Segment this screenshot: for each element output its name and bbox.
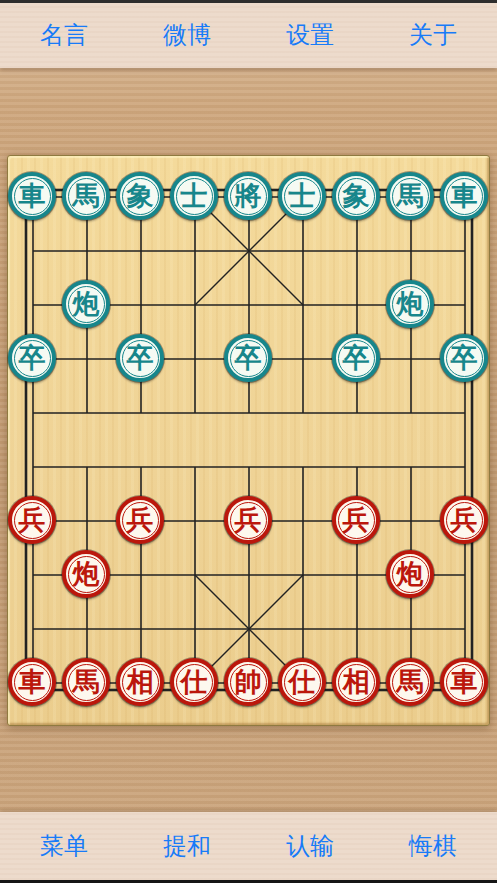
point-c3r1[interactable] xyxy=(167,223,221,277)
point-c0r2[interactable] xyxy=(5,277,59,331)
top-toolbar: 名言微博设置关于 xyxy=(0,3,497,68)
point-c3r7[interactable] xyxy=(167,547,221,601)
point-c5r3[interactable] xyxy=(275,331,329,385)
red-general-piece[interactable]: 帥 xyxy=(224,658,272,706)
point-c5r1[interactable] xyxy=(275,223,329,277)
piece-glyph: 卒 xyxy=(19,344,46,371)
point-c5r0[interactable]: 士 xyxy=(275,169,329,223)
point-c8r5[interactable] xyxy=(437,439,491,493)
piece-glyph: 炮 xyxy=(73,560,100,587)
piece-glyph: 馬 xyxy=(73,668,100,695)
point-c2r7[interactable] xyxy=(113,547,167,601)
point-c0r1[interactable] xyxy=(5,223,59,277)
point-c4r3[interactable]: 卒 xyxy=(221,331,275,385)
point-c1r9[interactable]: 馬 xyxy=(59,655,113,709)
point-c7r6[interactable] xyxy=(383,493,437,547)
red-soldier-piece[interactable]: 兵 xyxy=(224,496,272,544)
point-c1r2[interactable]: 炮 xyxy=(59,277,113,331)
point-c0r3[interactable]: 卒 xyxy=(5,331,59,385)
piece-glyph: 象 xyxy=(127,182,154,209)
point-c7r4[interactable] xyxy=(383,385,437,439)
point-c4r0[interactable]: 將 xyxy=(221,169,275,223)
red-elephant-piece[interactable]: 相 xyxy=(116,658,164,706)
point-c1r5[interactable] xyxy=(59,439,113,493)
piece-glyph: 士 xyxy=(181,182,208,209)
point-c2r8[interactable] xyxy=(113,601,167,655)
point-c6r9[interactable]: 相 xyxy=(329,655,383,709)
board-points: 車馬象士將士象馬車炮炮卒卒卒卒卒兵兵兵兵兵炮炮車馬相仕帥仕相馬車 xyxy=(5,169,491,709)
point-c0r5[interactable] xyxy=(5,439,59,493)
red-horse-piece[interactable]: 馬 xyxy=(62,658,110,706)
point-c3r5[interactable] xyxy=(167,439,221,493)
point-c8r0[interactable]: 車 xyxy=(437,169,491,223)
piece-glyph: 馬 xyxy=(397,182,424,209)
point-c4r1[interactable] xyxy=(221,223,275,277)
piece-glyph: 炮 xyxy=(397,290,424,317)
red-chariot-piece[interactable]: 車 xyxy=(8,658,56,706)
bottom-toolbar: 菜单提和认输悔棋 xyxy=(0,812,497,880)
point-c2r5[interactable] xyxy=(113,439,167,493)
point-c6r5[interactable] xyxy=(329,439,383,493)
red-cannon-piece[interactable]: 炮 xyxy=(386,550,434,598)
menu-button[interactable]: 菜单 xyxy=(36,830,92,863)
about-button[interactable]: 关于 xyxy=(405,19,461,52)
black-chariot-piece[interactable]: 車 xyxy=(8,172,56,220)
point-c2r9[interactable]: 相 xyxy=(113,655,167,709)
black-elephant-piece[interactable]: 象 xyxy=(116,172,164,220)
weibo-button[interactable]: 微博 xyxy=(159,19,215,52)
offer-draw-button[interactable]: 提和 xyxy=(159,830,215,863)
red-soldier-piece[interactable]: 兵 xyxy=(440,496,488,544)
point-c7r2[interactable]: 炮 xyxy=(383,277,437,331)
point-c2r6[interactable]: 兵 xyxy=(113,493,167,547)
black-advisor-piece[interactable]: 士 xyxy=(170,172,218,220)
point-c5r9[interactable]: 仕 xyxy=(275,655,329,709)
quotes-button[interactable]: 名言 xyxy=(36,19,92,52)
point-c3r8[interactable] xyxy=(167,601,221,655)
piece-glyph: 炮 xyxy=(73,290,100,317)
piece-glyph: 仕 xyxy=(181,668,208,695)
piece-glyph: 卒 xyxy=(127,344,154,371)
point-c4r6[interactable]: 兵 xyxy=(221,493,275,547)
piece-glyph: 馬 xyxy=(73,182,100,209)
point-c2r2[interactable] xyxy=(113,277,167,331)
black-horse-piece[interactable]: 馬 xyxy=(386,172,434,220)
point-c6r6[interactable]: 兵 xyxy=(329,493,383,547)
black-elephant-piece[interactable]: 象 xyxy=(332,172,380,220)
point-c7r0[interactable]: 馬 xyxy=(383,169,437,223)
point-c5r4[interactable] xyxy=(275,385,329,439)
piece-glyph: 兵 xyxy=(127,506,154,533)
point-c5r5[interactable] xyxy=(275,439,329,493)
red-soldier-piece[interactable]: 兵 xyxy=(116,496,164,544)
point-c8r6[interactable]: 兵 xyxy=(437,493,491,547)
piece-glyph: 兵 xyxy=(19,506,46,533)
point-c3r6[interactable] xyxy=(167,493,221,547)
point-c6r4[interactable] xyxy=(329,385,383,439)
piece-glyph: 兵 xyxy=(235,506,262,533)
point-c0r6[interactable]: 兵 xyxy=(5,493,59,547)
point-c1r0[interactable]: 馬 xyxy=(59,169,113,223)
piece-glyph: 士 xyxy=(289,182,316,209)
piece-glyph: 相 xyxy=(343,668,370,695)
point-c0r8[interactable] xyxy=(5,601,59,655)
point-c2r0[interactable]: 象 xyxy=(113,169,167,223)
piece-glyph: 兵 xyxy=(451,506,478,533)
black-advisor-piece[interactable]: 士 xyxy=(278,172,326,220)
black-cannon-piece[interactable]: 炮 xyxy=(62,280,110,328)
point-c4r8[interactable] xyxy=(221,601,275,655)
red-cannon-piece[interactable]: 炮 xyxy=(62,550,110,598)
point-c6r0[interactable]: 象 xyxy=(329,169,383,223)
piece-glyph: 卒 xyxy=(235,344,262,371)
point-c3r3[interactable] xyxy=(167,331,221,385)
black-general-piece[interactable]: 將 xyxy=(224,172,272,220)
point-c8r3[interactable]: 卒 xyxy=(437,331,491,385)
point-c8r8[interactable] xyxy=(437,601,491,655)
resign-button[interactable]: 认输 xyxy=(282,830,338,863)
black-soldier-piece[interactable]: 卒 xyxy=(224,334,272,382)
red-soldier-piece[interactable]: 兵 xyxy=(332,496,380,544)
black-soldier-piece[interactable]: 卒 xyxy=(8,334,56,382)
piece-glyph: 車 xyxy=(451,182,478,209)
piece-glyph: 象 xyxy=(343,182,370,209)
black-soldier-piece[interactable]: 卒 xyxy=(332,334,380,382)
point-c8r1[interactable] xyxy=(437,223,491,277)
piece-glyph: 炮 xyxy=(397,560,424,587)
point-c4r5[interactable] xyxy=(221,439,275,493)
point-c6r1[interactable] xyxy=(329,223,383,277)
point-c1r3[interactable] xyxy=(59,331,113,385)
piece-glyph: 車 xyxy=(19,668,46,695)
point-c6r7[interactable] xyxy=(329,547,383,601)
point-c0r9[interactable]: 車 xyxy=(5,655,59,709)
point-c6r3[interactable]: 卒 xyxy=(329,331,383,385)
piece-glyph: 兵 xyxy=(343,506,370,533)
undo-move-button[interactable]: 悔棋 xyxy=(405,830,461,863)
piece-glyph: 將 xyxy=(235,182,262,209)
point-c1r1[interactable] xyxy=(59,223,113,277)
point-c4r4[interactable] xyxy=(221,385,275,439)
settings-button[interactable]: 设置 xyxy=(282,19,338,52)
point-c0r7[interactable] xyxy=(5,547,59,601)
red-horse-piece[interactable]: 馬 xyxy=(386,658,434,706)
screen-top-edge xyxy=(0,0,497,3)
red-chariot-piece[interactable]: 車 xyxy=(440,658,488,706)
point-c1r4[interactable] xyxy=(59,385,113,439)
point-c1r7[interactable]: 炮 xyxy=(59,547,113,601)
piece-glyph: 馬 xyxy=(397,668,424,695)
point-c8r9[interactable]: 車 xyxy=(437,655,491,709)
red-advisor-piece[interactable]: 仕 xyxy=(170,658,218,706)
point-c7r9[interactable]: 馬 xyxy=(383,655,437,709)
point-c4r7[interactable] xyxy=(221,547,275,601)
point-c3r9[interactable]: 仕 xyxy=(167,655,221,709)
point-c2r4[interactable] xyxy=(113,385,167,439)
point-c5r6[interactable] xyxy=(275,493,329,547)
point-c8r7[interactable] xyxy=(437,547,491,601)
black-soldier-piece[interactable]: 卒 xyxy=(116,334,164,382)
point-c4r2[interactable] xyxy=(221,277,275,331)
black-chariot-piece[interactable]: 車 xyxy=(440,172,488,220)
piece-glyph: 卒 xyxy=(343,344,370,371)
app-screen: 名言微博设置关于 車馬象士將士象馬車炮炮卒卒卒卒卒兵兵兵兵兵炮炮車馬相仕帥仕相馬… xyxy=(0,0,497,883)
point-c2r3[interactable]: 卒 xyxy=(113,331,167,385)
point-c5r7[interactable] xyxy=(275,547,329,601)
red-soldier-piece[interactable]: 兵 xyxy=(8,496,56,544)
red-advisor-piece[interactable]: 仕 xyxy=(278,658,326,706)
black-soldier-piece[interactable]: 卒 xyxy=(440,334,488,382)
point-c2r1[interactable] xyxy=(113,223,167,277)
point-c3r0[interactable]: 士 xyxy=(167,169,221,223)
point-c3r4[interactable] xyxy=(167,385,221,439)
point-c0r0[interactable]: 車 xyxy=(5,169,59,223)
point-c3r2[interactable] xyxy=(167,277,221,331)
piece-glyph: 卒 xyxy=(451,344,478,371)
point-c7r7[interactable]: 炮 xyxy=(383,547,437,601)
point-c7r8[interactable] xyxy=(383,601,437,655)
point-c7r1[interactable] xyxy=(383,223,437,277)
red-elephant-piece[interactable]: 相 xyxy=(332,658,380,706)
point-c8r4[interactable] xyxy=(437,385,491,439)
piece-glyph: 帥 xyxy=(235,668,262,695)
black-horse-piece[interactable]: 馬 xyxy=(62,172,110,220)
point-c1r8[interactable] xyxy=(59,601,113,655)
point-c7r3[interactable] xyxy=(383,331,437,385)
piece-glyph: 車 xyxy=(451,668,478,695)
point-c0r4[interactable] xyxy=(5,385,59,439)
point-c5r8[interactable] xyxy=(275,601,329,655)
point-c6r8[interactable] xyxy=(329,601,383,655)
point-c7r5[interactable] xyxy=(383,439,437,493)
point-c1r6[interactable] xyxy=(59,493,113,547)
xiangqi-board: 車馬象士將士象馬車炮炮卒卒卒卒卒兵兵兵兵兵炮炮車馬相仕帥仕相馬車 xyxy=(7,155,490,726)
piece-glyph: 車 xyxy=(19,182,46,209)
piece-glyph: 仕 xyxy=(289,668,316,695)
point-c5r2[interactable] xyxy=(275,277,329,331)
piece-glyph: 相 xyxy=(127,668,154,695)
black-cannon-piece[interactable]: 炮 xyxy=(386,280,434,328)
point-c8r2[interactable] xyxy=(437,277,491,331)
point-c4r9[interactable]: 帥 xyxy=(221,655,275,709)
point-c6r2[interactable] xyxy=(329,277,383,331)
